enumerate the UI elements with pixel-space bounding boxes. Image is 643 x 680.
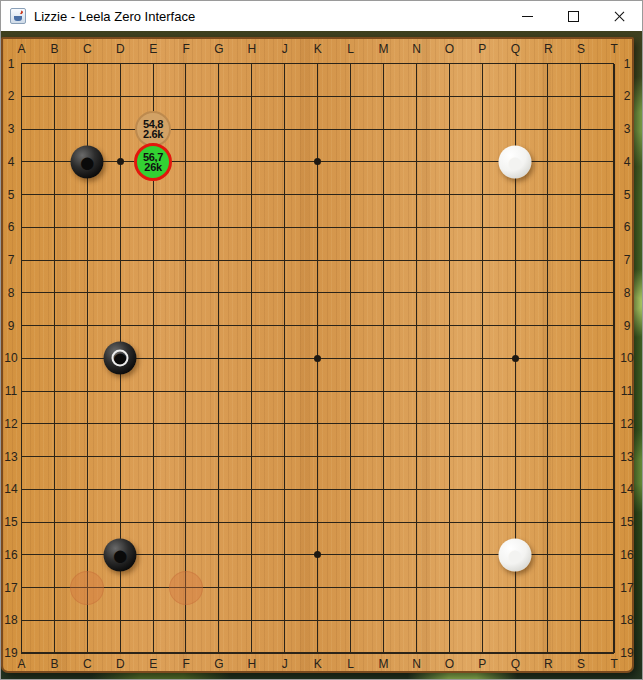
intersection-M5[interactable] <box>367 178 400 211</box>
intersection-O13[interactable] <box>433 440 466 473</box>
intersection-D16[interactable]: ● <box>104 539 137 572</box>
intersection-F13[interactable] <box>170 440 203 473</box>
intersection-J3[interactable] <box>268 113 301 146</box>
intersection-B3[interactable] <box>38 113 71 146</box>
intersection-C13[interactable] <box>71 440 104 473</box>
intersection-O7[interactable] <box>433 244 466 277</box>
candidate-move-E3[interactable]: 54,82.6k <box>135 111 171 147</box>
intersection-K8[interactable] <box>301 277 334 310</box>
intersection-D8[interactable] <box>104 277 137 310</box>
intersection-M11[interactable] <box>367 375 400 408</box>
intersection-L8[interactable] <box>334 277 367 310</box>
intersection-E3[interactable]: 54,82.6k <box>137 113 170 146</box>
intersection-M4[interactable] <box>367 146 400 179</box>
intersection-H2[interactable] <box>235 80 268 113</box>
intersection-C15[interactable] <box>71 506 104 539</box>
intersection-M17[interactable] <box>367 571 400 604</box>
intersection-L2[interactable] <box>334 80 367 113</box>
intersection-F15[interactable] <box>170 506 203 539</box>
intersection-R10[interactable] <box>532 342 565 375</box>
intersection-S5[interactable] <box>564 178 597 211</box>
intersection-S3[interactable] <box>564 113 597 146</box>
intersection-O5[interactable] <box>433 178 466 211</box>
intersection-B13[interactable] <box>38 440 71 473</box>
intersection-H3[interactable] <box>235 113 268 146</box>
intersection-L3[interactable] <box>334 113 367 146</box>
minimize-button[interactable] <box>504 1 550 31</box>
intersection-C9[interactable] <box>71 309 104 342</box>
intersection-F5[interactable] <box>170 178 203 211</box>
intersection-S9[interactable] <box>564 309 597 342</box>
intersection-L12[interactable] <box>334 408 367 441</box>
intersection-J2[interactable] <box>268 80 301 113</box>
intersection-J7[interactable] <box>268 244 301 277</box>
intersection-L7[interactable] <box>334 244 367 277</box>
intersection-S2[interactable] <box>564 80 597 113</box>
intersection-F8[interactable] <box>170 277 203 310</box>
intersection-E4[interactable]: 56,726k <box>137 146 170 179</box>
candidate-move-F17[interactable] <box>169 571 203 605</box>
intersection-L16[interactable] <box>334 539 367 572</box>
intersection-D15[interactable] <box>104 506 137 539</box>
intersection-R11[interactable] <box>532 375 565 408</box>
intersection-O3[interactable] <box>433 113 466 146</box>
intersection-P9[interactable] <box>466 309 499 342</box>
intersection-N11[interactable] <box>400 375 433 408</box>
intersection-G2[interactable] <box>202 80 235 113</box>
intersection-G6[interactable] <box>202 211 235 244</box>
intersection-C10[interactable] <box>71 342 104 375</box>
intersection-B16[interactable] <box>38 539 71 572</box>
intersection-M7[interactable] <box>367 244 400 277</box>
intersection-B4[interactable] <box>38 146 71 179</box>
intersection-G7[interactable] <box>202 244 235 277</box>
intersection-G13[interactable] <box>202 440 235 473</box>
intersection-C3[interactable] <box>71 113 104 146</box>
intersection-L13[interactable] <box>334 440 367 473</box>
intersection-D4[interactable] <box>104 146 137 179</box>
intersection-P13[interactable] <box>466 440 499 473</box>
intersection-E2[interactable] <box>137 80 170 113</box>
intersection-F18[interactable] <box>170 604 203 637</box>
intersection-Q2[interactable] <box>499 80 532 113</box>
intersection-L9[interactable] <box>334 309 367 342</box>
intersection-G18[interactable] <box>202 604 235 637</box>
intersection-D6[interactable] <box>104 211 137 244</box>
intersection-N18[interactable] <box>400 604 433 637</box>
intersection-D14[interactable] <box>104 473 137 506</box>
intersection-B2[interactable] <box>38 80 71 113</box>
intersection-H10[interactable] <box>235 342 268 375</box>
intersection-M6[interactable] <box>367 211 400 244</box>
intersection-Q8[interactable] <box>499 277 532 310</box>
intersection-N8[interactable] <box>400 277 433 310</box>
intersection-Q4[interactable]: ● <box>499 146 532 179</box>
maximize-button[interactable] <box>550 1 596 31</box>
intersection-Q17[interactable] <box>499 571 532 604</box>
intersection-B15[interactable] <box>38 506 71 539</box>
intersection-J9[interactable] <box>268 309 301 342</box>
intersection-F9[interactable] <box>170 309 203 342</box>
intersection-L17[interactable] <box>334 571 367 604</box>
intersection-K11[interactable] <box>301 375 334 408</box>
intersection-L11[interactable] <box>334 375 367 408</box>
intersection-P4[interactable] <box>466 146 499 179</box>
close-button[interactable] <box>596 1 642 31</box>
intersection-J13[interactable] <box>268 440 301 473</box>
intersection-J11[interactable] <box>268 375 301 408</box>
intersection-F7[interactable] <box>170 244 203 277</box>
intersection-R16[interactable] <box>532 539 565 572</box>
intersection-B14[interactable] <box>38 473 71 506</box>
intersection-O8[interactable] <box>433 277 466 310</box>
intersection-M14[interactable] <box>367 473 400 506</box>
intersection-D7[interactable] <box>104 244 137 277</box>
intersection-O15[interactable] <box>433 506 466 539</box>
intersection-K6[interactable] <box>301 211 334 244</box>
intersection-N15[interactable] <box>400 506 433 539</box>
intersection-H4[interactable] <box>235 146 268 179</box>
intersection-Q5[interactable] <box>499 178 532 211</box>
candidate-move-C17[interactable] <box>70 571 104 605</box>
intersection-P7[interactable] <box>466 244 499 277</box>
intersection-E13[interactable] <box>137 440 170 473</box>
intersection-J4[interactable] <box>268 146 301 179</box>
intersection-P17[interactable] <box>466 571 499 604</box>
intersection-H6[interactable] <box>235 211 268 244</box>
intersection-E18[interactable] <box>137 604 170 637</box>
intersection-C4[interactable]: ● <box>71 146 104 179</box>
intersection-K12[interactable] <box>301 408 334 441</box>
intersection-H15[interactable] <box>235 506 268 539</box>
intersection-O12[interactable] <box>433 408 466 441</box>
intersection-M8[interactable] <box>367 277 400 310</box>
candidate-move-E4[interactable]: 56,726k <box>134 143 172 181</box>
intersection-N3[interactable] <box>400 113 433 146</box>
intersection-N16[interactable] <box>400 539 433 572</box>
col-label-top-O: O <box>445 42 454 56</box>
intersection-P16[interactable] <box>466 539 499 572</box>
intersection-R13[interactable] <box>532 440 565 473</box>
intersection-P12[interactable] <box>466 408 499 441</box>
intersection-S14[interactable] <box>564 473 597 506</box>
intersection-C7[interactable] <box>71 244 104 277</box>
intersection-M9[interactable] <box>367 309 400 342</box>
intersection-K14[interactable] <box>301 473 334 506</box>
intersection-D9[interactable] <box>104 309 137 342</box>
intersection-K13[interactable] <box>301 440 334 473</box>
intersection-N6[interactable] <box>400 211 433 244</box>
intersection-P11[interactable] <box>466 375 499 408</box>
intersection-E7[interactable] <box>137 244 170 277</box>
intersection-O11[interactable] <box>433 375 466 408</box>
intersection-M13[interactable] <box>367 440 400 473</box>
intersection-S6[interactable] <box>564 211 597 244</box>
intersection-O17[interactable] <box>433 571 466 604</box>
intersection-E15[interactable] <box>137 506 170 539</box>
intersection-Q10[interactable] <box>499 342 532 375</box>
intersection-R3[interactable] <box>532 113 565 146</box>
intersection-E10[interactable] <box>137 342 170 375</box>
intersection-S10[interactable] <box>564 342 597 375</box>
intersection-R17[interactable] <box>532 571 565 604</box>
intersection-J6[interactable] <box>268 211 301 244</box>
intersection-C12[interactable] <box>71 408 104 441</box>
intersection-H17[interactable] <box>235 571 268 604</box>
intersection-K4[interactable] <box>301 146 334 179</box>
intersection-S17[interactable] <box>564 571 597 604</box>
intersection-Q7[interactable] <box>499 244 532 277</box>
intersection-P15[interactable] <box>466 506 499 539</box>
col-label-top-T: T <box>610 42 617 56</box>
intersection-C2[interactable] <box>71 80 104 113</box>
intersection-L18[interactable] <box>334 604 367 637</box>
intersection-P8[interactable] <box>466 277 499 310</box>
intersection-P10[interactable] <box>466 342 499 375</box>
intersection-S7[interactable] <box>564 244 597 277</box>
intersection-H8[interactable] <box>235 277 268 310</box>
intersection-M15[interactable] <box>367 506 400 539</box>
intersection-R12[interactable] <box>532 408 565 441</box>
intersection-Q14[interactable] <box>499 473 532 506</box>
intersection-H18[interactable] <box>235 604 268 637</box>
intersection-J12[interactable] <box>268 408 301 441</box>
intersection-H11[interactable] <box>235 375 268 408</box>
intersection-B11[interactable] <box>38 375 71 408</box>
intersection-K2[interactable] <box>301 80 334 113</box>
intersection-C5[interactable] <box>71 178 104 211</box>
intersection-N13[interactable] <box>400 440 433 473</box>
intersection-B5[interactable] <box>38 178 71 211</box>
intersection-R7[interactable] <box>532 244 565 277</box>
intersection-G10[interactable] <box>202 342 235 375</box>
intersection-E8[interactable] <box>137 277 170 310</box>
intersection-B10[interactable] <box>38 342 71 375</box>
intersection-B7[interactable] <box>38 244 71 277</box>
intersection-F17[interactable] <box>170 571 203 604</box>
intersection-K17[interactable] <box>301 571 334 604</box>
intersection-G16[interactable] <box>202 539 235 572</box>
intersection-S18[interactable] <box>564 604 597 637</box>
intersection-J15[interactable] <box>268 506 301 539</box>
intersection-M10[interactable] <box>367 342 400 375</box>
intersection-C18[interactable] <box>71 604 104 637</box>
intersection-E11[interactable] <box>137 375 170 408</box>
intersection-R14[interactable] <box>532 473 565 506</box>
intersection-L5[interactable] <box>334 178 367 211</box>
intersection-E6[interactable] <box>137 211 170 244</box>
intersection-L14[interactable] <box>334 473 367 506</box>
intersection-G3[interactable] <box>202 113 235 146</box>
intersection-D10[interactable]: ● <box>104 342 137 375</box>
intersection-Q12[interactable] <box>499 408 532 441</box>
intersection-R2[interactable] <box>532 80 565 113</box>
intersection-E14[interactable] <box>137 473 170 506</box>
intersection-D12[interactable] <box>104 408 137 441</box>
intersection-R5[interactable] <box>532 178 565 211</box>
intersection-G9[interactable] <box>202 309 235 342</box>
intersection-C8[interactable] <box>71 277 104 310</box>
intersection-P14[interactable] <box>466 473 499 506</box>
intersection-O9[interactable] <box>433 309 466 342</box>
intersection-Q16[interactable]: ● <box>499 539 532 572</box>
intersection-L4[interactable] <box>334 146 367 179</box>
intersection-Q6[interactable] <box>499 211 532 244</box>
intersection-K7[interactable] <box>301 244 334 277</box>
intersection-F3[interactable] <box>170 113 203 146</box>
intersection-F6[interactable] <box>170 211 203 244</box>
intersection-D2[interactable] <box>104 80 137 113</box>
intersection-O18[interactable] <box>433 604 466 637</box>
intersection-P5[interactable] <box>466 178 499 211</box>
intersection-D5[interactable] <box>104 178 137 211</box>
intersection-O16[interactable] <box>433 539 466 572</box>
intersection-K9[interactable] <box>301 309 334 342</box>
intersection-M16[interactable] <box>367 539 400 572</box>
intersection-F14[interactable] <box>170 473 203 506</box>
intersection-H13[interactable] <box>235 440 268 473</box>
intersection-H9[interactable] <box>235 309 268 342</box>
intersection-K10[interactable] <box>301 342 334 375</box>
intersection-G12[interactable] <box>202 408 235 441</box>
intersection-P6[interactable] <box>466 211 499 244</box>
intersection-J17[interactable] <box>268 571 301 604</box>
intersection-M2[interactable] <box>367 80 400 113</box>
intersection-R8[interactable] <box>532 277 565 310</box>
intersection-G11[interactable] <box>202 375 235 408</box>
intersection-B12[interactable] <box>38 408 71 441</box>
intersection-C11[interactable] <box>71 375 104 408</box>
intersection-N2[interactable] <box>400 80 433 113</box>
intersection-M3[interactable] <box>367 113 400 146</box>
intersection-F11[interactable] <box>170 375 203 408</box>
intersection-Q15[interactable] <box>499 506 532 539</box>
intersection-G15[interactable] <box>202 506 235 539</box>
intersection-S13[interactable] <box>564 440 597 473</box>
intersection-S12[interactable] <box>564 408 597 441</box>
intersection-B8[interactable] <box>38 277 71 310</box>
intersection-E16[interactable] <box>137 539 170 572</box>
intersection-J18[interactable] <box>268 604 301 637</box>
intersection-H7[interactable] <box>235 244 268 277</box>
intersection-P2[interactable] <box>466 80 499 113</box>
intersection-J16[interactable] <box>268 539 301 572</box>
intersection-D11[interactable] <box>104 375 137 408</box>
intersection-O4[interactable] <box>433 146 466 179</box>
intersection-K18[interactable] <box>301 604 334 637</box>
col-label-bottom-S: S <box>577 657 585 671</box>
intersection-O6[interactable] <box>433 211 466 244</box>
intersection-R18[interactable] <box>532 604 565 637</box>
intersection-H12[interactable] <box>235 408 268 441</box>
intersection-J5[interactable] <box>268 178 301 211</box>
intersection-S4[interactable] <box>564 146 597 179</box>
intersection-Q18[interactable] <box>499 604 532 637</box>
intersection-O14[interactable] <box>433 473 466 506</box>
intersection-D13[interactable] <box>104 440 137 473</box>
intersection-M12[interactable] <box>367 408 400 441</box>
intersection-K16[interactable] <box>301 539 334 572</box>
intersection-F4[interactable] <box>170 146 203 179</box>
intersection-Q11[interactable] <box>499 375 532 408</box>
intersection-N9[interactable] <box>400 309 433 342</box>
intersection-S15[interactable] <box>564 506 597 539</box>
intersection-L6[interactable] <box>334 211 367 244</box>
intersection-R15[interactable] <box>532 506 565 539</box>
intersection-N17[interactable] <box>400 571 433 604</box>
intersection-J8[interactable] <box>268 277 301 310</box>
lizzie-window: Lizzie - Leela Zero Interface 54,82.6k●5… <box>0 0 643 680</box>
intersection-O2[interactable] <box>433 80 466 113</box>
intersection-D18[interactable] <box>104 604 137 637</box>
intersection-N5[interactable] <box>400 178 433 211</box>
intersection-F16[interactable] <box>170 539 203 572</box>
intersection-M18[interactable] <box>367 604 400 637</box>
intersection-N10[interactable] <box>400 342 433 375</box>
intersection-G17[interactable] <box>202 571 235 604</box>
intersection-P18[interactable] <box>466 604 499 637</box>
intersection-E12[interactable] <box>137 408 170 441</box>
intersection-C14[interactable] <box>71 473 104 506</box>
intersection-G4[interactable] <box>202 146 235 179</box>
intersection-N7[interactable] <box>400 244 433 277</box>
intersection-R6[interactable] <box>532 211 565 244</box>
intersection-O10[interactable] <box>433 342 466 375</box>
intersection-K3[interactable] <box>301 113 334 146</box>
intersection-N4[interactable] <box>400 146 433 179</box>
intersection-C6[interactable] <box>71 211 104 244</box>
intersection-L10[interactable] <box>334 342 367 375</box>
intersection-H5[interactable] <box>235 178 268 211</box>
intersection-Q13[interactable] <box>499 440 532 473</box>
intersection-D17[interactable] <box>104 571 137 604</box>
intersection-J10[interactable] <box>268 342 301 375</box>
intersection-H14[interactable] <box>235 473 268 506</box>
intersection-R4[interactable] <box>532 146 565 179</box>
intersection-S11[interactable] <box>564 375 597 408</box>
intersection-B18[interactable] <box>38 604 71 637</box>
intersection-B9[interactable] <box>38 309 71 342</box>
intersection-S8[interactable] <box>564 277 597 310</box>
intersection-G5[interactable] <box>202 178 235 211</box>
intersection-E9[interactable] <box>137 309 170 342</box>
intersection-N14[interactable] <box>400 473 433 506</box>
intersection-K15[interactable] <box>301 506 334 539</box>
intersection-B17[interactable] <box>38 571 71 604</box>
intersection-N12[interactable] <box>400 408 433 441</box>
intersection-D3[interactable] <box>104 113 137 146</box>
intersection-C17[interactable] <box>71 571 104 604</box>
intersection-P3[interactable] <box>466 113 499 146</box>
intersection-F12[interactable] <box>170 408 203 441</box>
intersection-F2[interactable] <box>170 80 203 113</box>
intersection-L15[interactable] <box>334 506 367 539</box>
intersection-B6[interactable] <box>38 211 71 244</box>
intersection-J14[interactable] <box>268 473 301 506</box>
intersection-R9[interactable] <box>532 309 565 342</box>
intersection-K5[interactable] <box>301 178 334 211</box>
intersection-F10[interactable] <box>170 342 203 375</box>
intersection-C16[interactable] <box>71 539 104 572</box>
intersection-Q9[interactable] <box>499 309 532 342</box>
intersection-Q3[interactable] <box>499 113 532 146</box>
intersection-E5[interactable] <box>137 178 170 211</box>
intersection-S16[interactable] <box>564 539 597 572</box>
intersection-E17[interactable] <box>137 571 170 604</box>
intersection-H16[interactable] <box>235 539 268 572</box>
intersection-G14[interactable] <box>202 473 235 506</box>
intersection-G8[interactable] <box>202 277 235 310</box>
